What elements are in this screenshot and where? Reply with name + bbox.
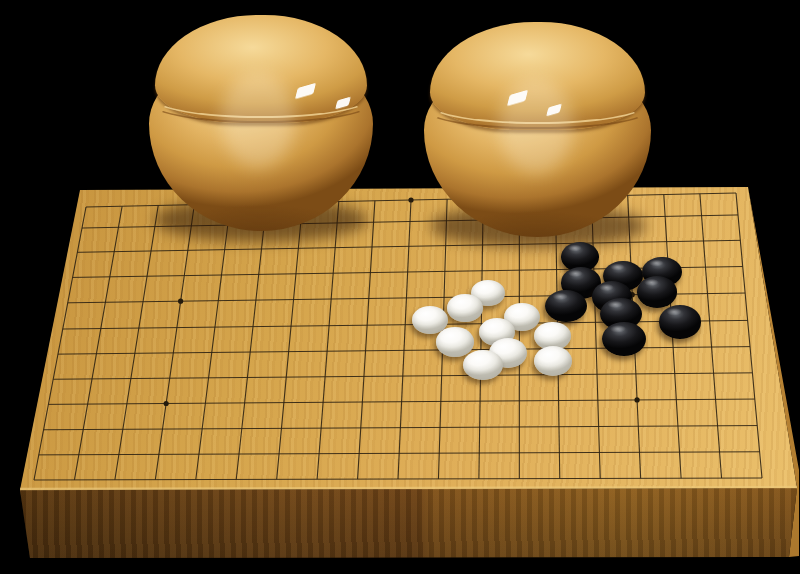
grid-line-vertical: [236, 203, 266, 479]
grid-line-vertical: [700, 194, 722, 478]
star-point: [408, 197, 413, 202]
black-go-stone: [637, 276, 677, 308]
photo-scene: [0, 0, 800, 574]
white-go-stone: [534, 346, 573, 376]
bowl-sheen-highlight: [499, 78, 573, 174]
white-go-stone: [436, 327, 473, 356]
grid-line-vertical: [398, 200, 411, 479]
go-board-grid: [0, 0, 800, 574]
star-point: [634, 397, 639, 402]
grid-line-vertical: [317, 202, 339, 480]
grid-line-vertical: [115, 205, 158, 479]
grid-line-vertical: [277, 202, 303, 479]
grid-line-vertical: [358, 201, 375, 479]
white-go-stone: [447, 294, 482, 321]
grid-line-vertical: [74, 206, 122, 480]
grid-line-vertical: [34, 207, 86, 480]
black-go-stone: [545, 290, 586, 322]
bowl-sheen-highlight: [221, 72, 295, 168]
star-point: [178, 299, 183, 304]
black-go-stone: [659, 305, 702, 338]
grid-line-vertical: [155, 205, 194, 480]
grid-line-vertical: [196, 204, 231, 480]
grid-line-vertical: [736, 193, 762, 478]
white-go-stone: [463, 350, 502, 380]
black-go-stone: [602, 322, 646, 356]
board-front-bevel-highlight: [20, 487, 797, 489]
star-point: [164, 401, 169, 406]
